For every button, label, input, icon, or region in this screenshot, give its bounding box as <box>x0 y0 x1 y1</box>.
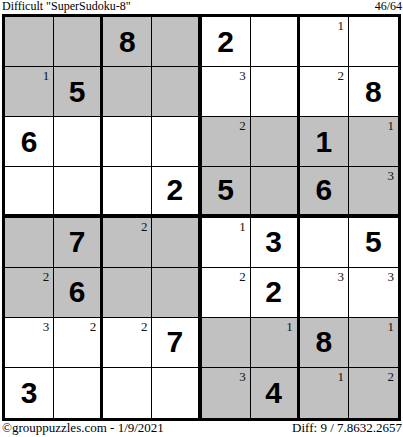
given-digit: 5 <box>217 175 234 205</box>
given-digit: 7 <box>69 227 86 257</box>
sudoku-board: 821153286211256372135262233322718133412 <box>2 14 401 421</box>
pencil-mark: 3 <box>388 169 395 182</box>
cell-r6c7[interactable]: 3 <box>300 268 349 318</box>
cell-r8c1[interactable]: 3 <box>5 368 54 418</box>
remaining-counter: 46/64 <box>375 0 402 14</box>
cell-r1c4[interactable] <box>152 17 201 67</box>
pencil-mark: 2 <box>239 270 246 283</box>
given-digit: 2 <box>167 175 184 205</box>
cell-r7c2[interactable]: 2 <box>54 318 103 368</box>
cell-r1c8[interactable] <box>349 17 398 67</box>
cell-r4c3[interactable] <box>103 167 152 217</box>
cell-r3c1[interactable]: 6 <box>5 117 54 167</box>
cell-r5c5[interactable]: 1 <box>202 218 251 268</box>
cell-r1c7[interactable]: 1 <box>300 17 349 67</box>
given-digit: 2 <box>217 27 234 57</box>
cell-r6c8[interactable]: 3 <box>349 268 398 318</box>
given-digit: 6 <box>21 127 38 157</box>
cell-r8c7[interactable]: 1 <box>300 368 349 418</box>
cell-r3c3[interactable] <box>103 117 152 167</box>
given-digit: 6 <box>69 277 86 307</box>
cell-r7c5[interactable] <box>202 318 251 368</box>
cell-r3c7[interactable]: 1 <box>300 117 349 167</box>
cell-r1c5[interactable]: 2 <box>202 17 251 67</box>
cell-r8c8[interactable]: 2 <box>349 368 398 418</box>
cell-r2c8[interactable]: 8 <box>349 67 398 117</box>
pencil-mark: 3 <box>388 270 395 283</box>
pencil-mark: 3 <box>239 370 246 383</box>
cell-r4c1[interactable] <box>5 167 54 217</box>
given-digit: 8 <box>365 77 382 107</box>
cell-r7c7[interactable]: 8 <box>300 318 349 368</box>
cell-r6c5[interactable]: 2 <box>202 268 251 318</box>
pencil-mark: 2 <box>90 320 97 333</box>
given-digit: 4 <box>265 378 282 408</box>
cell-r5c3[interactable]: 2 <box>103 218 152 268</box>
pencil-mark: 2 <box>43 270 50 283</box>
cell-r7c1[interactable]: 3 <box>5 318 54 368</box>
pencil-mark: 3 <box>43 320 50 333</box>
pencil-mark: 2 <box>239 119 246 132</box>
given-digit: 3 <box>21 378 38 408</box>
cell-r4c4[interactable]: 2 <box>152 167 201 217</box>
cell-r6c2[interactable]: 6 <box>54 268 103 318</box>
cell-r3c6[interactable] <box>251 117 300 167</box>
cell-r5c1[interactable] <box>5 218 54 268</box>
cell-r2c6[interactable] <box>251 67 300 117</box>
cell-r8c4[interactable] <box>152 368 201 418</box>
cell-r4c8[interactable]: 3 <box>349 167 398 217</box>
cell-r7c4[interactable]: 7 <box>152 318 201 368</box>
cell-r7c6[interactable]: 1 <box>251 318 300 368</box>
cell-r6c6[interactable]: 2 <box>251 268 300 318</box>
given-digit: 7 <box>167 327 184 357</box>
cell-r4c7[interactable]: 6 <box>300 167 349 217</box>
cell-r5c2[interactable]: 7 <box>54 218 103 268</box>
pencil-mark: 1 <box>239 220 246 233</box>
given-digit: 8 <box>315 327 332 357</box>
cell-r7c8[interactable]: 1 <box>349 318 398 368</box>
pencil-mark: 1 <box>388 320 395 333</box>
pencil-mark: 3 <box>239 69 246 82</box>
cell-r5c4[interactable] <box>152 218 201 268</box>
cell-r5c8[interactable]: 5 <box>349 218 398 268</box>
cell-r8c3[interactable] <box>103 368 152 418</box>
cell-r1c2[interactable] <box>54 17 103 67</box>
given-digit: 5 <box>69 77 86 107</box>
pencil-mark: 1 <box>337 370 344 383</box>
cell-r2c3[interactable] <box>103 67 152 117</box>
given-digit: 5 <box>365 227 382 257</box>
cell-r8c2[interactable] <box>54 368 103 418</box>
cell-r2c1[interactable]: 1 <box>5 67 54 117</box>
cell-r4c5[interactable]: 5 <box>202 167 251 217</box>
cell-r3c4[interactable] <box>152 117 201 167</box>
cell-r2c2[interactable]: 5 <box>54 67 103 117</box>
given-digit: 3 <box>265 227 282 257</box>
cell-r1c6[interactable] <box>251 17 300 67</box>
cell-r8c6[interactable]: 4 <box>251 368 300 418</box>
copyright-text: ©grouppuzzles.com - 1/9/2021 <box>2 420 164 436</box>
cell-r5c7[interactable] <box>300 218 349 268</box>
given-digit: 6 <box>315 175 332 205</box>
cell-r5c6[interactable]: 3 <box>251 218 300 268</box>
pencil-mark: 2 <box>141 320 148 333</box>
pencil-mark: 1 <box>286 320 293 333</box>
difficulty-text: Diff: 9 / 7.8632.2657 <box>292 420 402 436</box>
pencil-mark: 2 <box>337 69 344 82</box>
pencil-mark: 1 <box>388 119 395 132</box>
cell-r3c2[interactable] <box>54 117 103 167</box>
puzzle-title: Difficult "SuperSudoku-8" <box>2 0 131 14</box>
cell-r6c3[interactable] <box>103 268 152 318</box>
pencil-mark: 3 <box>337 270 344 283</box>
cell-r3c5[interactable]: 2 <box>202 117 251 167</box>
cell-r4c2[interactable] <box>54 167 103 217</box>
cell-r2c7[interactable]: 2 <box>300 67 349 117</box>
pencil-mark: 1 <box>337 19 344 32</box>
given-digit: 1 <box>315 127 332 157</box>
cell-r1c1[interactable] <box>5 17 54 67</box>
cell-r6c1[interactable]: 2 <box>5 268 54 318</box>
given-digit: 2 <box>265 277 282 307</box>
cell-r2c5[interactable]: 3 <box>202 67 251 117</box>
cell-r4c6[interactable] <box>251 167 300 217</box>
cell-r7c3[interactable]: 2 <box>103 318 152 368</box>
pencil-mark: 2 <box>141 220 148 233</box>
pencil-mark: 1 <box>43 69 50 82</box>
cell-r8c5[interactable]: 3 <box>202 368 251 418</box>
cell-r3c8[interactable]: 1 <box>349 117 398 167</box>
cell-r6c4[interactable] <box>152 268 201 318</box>
cell-r2c4[interactable] <box>152 67 201 117</box>
given-digit: 8 <box>119 27 136 57</box>
cell-r1c3[interactable]: 8 <box>103 17 152 67</box>
pencil-mark: 2 <box>388 370 395 383</box>
